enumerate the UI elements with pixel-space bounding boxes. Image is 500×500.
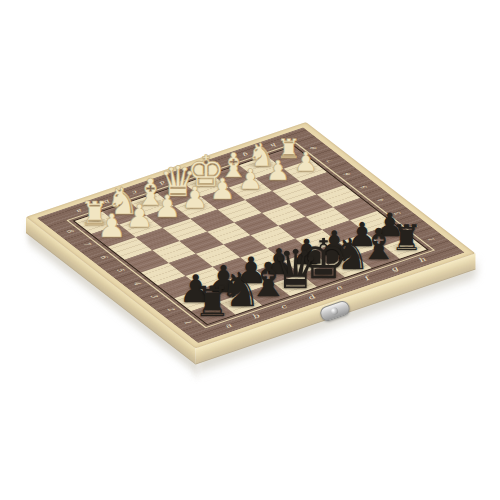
latch-knob bbox=[330, 307, 339, 316]
pieces-layer: ♜♞♟♝♟♚♟♛♟♝♟♞♟♜♟♟♟♟♜♟♝♟♞♟♚♟♛♟♝♟♞♜ bbox=[0, 0, 500, 500]
black-rook-a1: ♜ bbox=[194, 280, 231, 322]
white-pawn-h7: ♟ bbox=[294, 149, 318, 175]
white-pawn-a7: ♟ bbox=[97, 210, 126, 242]
white-pawn-b7: ♟ bbox=[125, 201, 153, 233]
white-pawn-d7: ♟ bbox=[182, 184, 209, 214]
white-pawn-f7: ♟ bbox=[238, 166, 263, 194]
white-pawn-g7: ♟ bbox=[266, 157, 290, 184]
white-pawn-c7: ♟ bbox=[153, 192, 180, 223]
product-photo-scene: aabbccddeeffgghh1122334455667788 ♜♞♟♝♟♚♟… bbox=[0, 0, 500, 500]
white-pawn-e7: ♟ bbox=[210, 175, 236, 204]
